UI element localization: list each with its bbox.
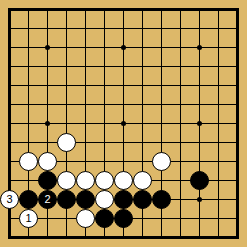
intersection[interactable] bbox=[19, 171, 38, 190]
grid-line-vertical bbox=[218, 19, 219, 38]
grid-line-vertical bbox=[123, 8, 124, 19]
grid-line-vertical bbox=[236, 171, 239, 190]
grid-line-vertical bbox=[85, 114, 86, 133]
intersection[interactable] bbox=[114, 114, 133, 133]
grid-line-vertical bbox=[180, 209, 181, 228]
intersection[interactable] bbox=[171, 114, 190, 133]
intersection[interactable] bbox=[190, 171, 209, 190]
intersection[interactable] bbox=[114, 0, 133, 19]
grid-line-vertical bbox=[8, 133, 11, 152]
grid-line-vertical bbox=[66, 114, 67, 133]
grid-line-vertical bbox=[123, 228, 124, 239]
white-stone bbox=[57, 171, 76, 190]
grid-line-vertical bbox=[218, 38, 219, 57]
white-stone bbox=[57, 133, 76, 152]
intersection[interactable] bbox=[19, 0, 38, 19]
grid-line-vertical bbox=[28, 228, 29, 239]
intersection[interactable] bbox=[228, 171, 247, 190]
grid-line-vertical bbox=[8, 228, 11, 239]
grid-line-vertical bbox=[28, 38, 29, 57]
grid-line-vertical bbox=[199, 19, 200, 38]
intersection[interactable] bbox=[228, 19, 247, 38]
grid-line-vertical bbox=[142, 114, 143, 133]
grid-line-vertical bbox=[236, 76, 239, 95]
grid-line-vertical bbox=[85, 76, 86, 95]
intersection[interactable] bbox=[171, 76, 190, 95]
intersection[interactable] bbox=[95, 190, 114, 209]
intersection[interactable] bbox=[152, 95, 171, 114]
intersection[interactable] bbox=[76, 95, 95, 114]
intersection[interactable] bbox=[133, 76, 152, 95]
intersection[interactable] bbox=[95, 76, 114, 95]
intersection[interactable] bbox=[19, 38, 38, 57]
grid-line-vertical bbox=[218, 171, 219, 190]
intersection[interactable] bbox=[228, 114, 247, 133]
grid-line-vertical bbox=[199, 76, 200, 95]
intersection[interactable] bbox=[152, 209, 171, 228]
grid-line-vertical bbox=[66, 76, 67, 95]
intersection[interactable] bbox=[190, 57, 209, 76]
white-stone bbox=[76, 171, 95, 190]
black-stone bbox=[19, 190, 38, 209]
grid-line-vertical bbox=[218, 76, 219, 95]
black-stone bbox=[152, 190, 171, 209]
intersection[interactable] bbox=[114, 57, 133, 76]
star-point bbox=[121, 121, 126, 126]
intersection[interactable] bbox=[0, 209, 19, 228]
grid-line-vertical bbox=[85, 152, 86, 171]
grid-line-vertical bbox=[161, 8, 162, 19]
black-stone bbox=[114, 190, 133, 209]
intersection[interactable] bbox=[0, 38, 19, 57]
white-stone bbox=[152, 152, 171, 171]
intersection[interactable] bbox=[152, 19, 171, 38]
grid-line-vertical bbox=[85, 133, 86, 152]
grid-line-vertical bbox=[8, 209, 11, 228]
intersection[interactable] bbox=[0, 76, 19, 95]
intersection[interactable] bbox=[95, 0, 114, 19]
intersection[interactable] bbox=[19, 76, 38, 95]
go-board: 321 bbox=[0, 0, 247, 247]
intersection[interactable] bbox=[38, 228, 57, 247]
intersection[interactable] bbox=[38, 19, 57, 38]
grid-line-vertical bbox=[8, 8, 11, 19]
white-stone bbox=[133, 171, 152, 190]
intersection[interactable] bbox=[133, 133, 152, 152]
intersection[interactable] bbox=[38, 38, 57, 57]
intersection[interactable] bbox=[209, 76, 228, 95]
intersection[interactable] bbox=[152, 76, 171, 95]
intersection[interactable] bbox=[76, 171, 95, 190]
grid-line-vertical bbox=[142, 38, 143, 57]
grid-line-vertical bbox=[236, 190, 239, 209]
intersection[interactable] bbox=[133, 57, 152, 76]
intersection[interactable] bbox=[57, 209, 76, 228]
intersection[interactable] bbox=[152, 38, 171, 57]
intersection[interactable] bbox=[95, 95, 114, 114]
intersection[interactable] bbox=[38, 95, 57, 114]
intersection[interactable] bbox=[228, 0, 247, 19]
grid-line-vertical bbox=[236, 38, 239, 57]
intersection[interactable] bbox=[19, 114, 38, 133]
intersection[interactable] bbox=[0, 171, 19, 190]
intersection[interactable] bbox=[57, 0, 76, 19]
grid-line-vertical bbox=[8, 114, 11, 133]
intersection[interactable] bbox=[152, 190, 171, 209]
black-stone bbox=[76, 190, 95, 209]
intersection[interactable] bbox=[209, 95, 228, 114]
black-stone bbox=[114, 209, 133, 228]
intersection[interactable] bbox=[190, 209, 209, 228]
grid-line-vertical bbox=[8, 95, 11, 114]
intersection[interactable] bbox=[95, 228, 114, 247]
intersection[interactable] bbox=[209, 0, 228, 19]
grid-line-vertical bbox=[28, 19, 29, 38]
intersection[interactable] bbox=[114, 190, 133, 209]
intersection[interactable] bbox=[38, 133, 57, 152]
grid-line-vertical bbox=[28, 133, 29, 152]
grid-line-vertical bbox=[218, 8, 219, 19]
intersection[interactable] bbox=[209, 19, 228, 38]
grid-line-vertical bbox=[142, 209, 143, 228]
intersection[interactable] bbox=[133, 95, 152, 114]
intersection[interactable] bbox=[133, 38, 152, 57]
intersection[interactable] bbox=[190, 76, 209, 95]
intersection[interactable] bbox=[190, 38, 209, 57]
intersection[interactable] bbox=[114, 133, 133, 152]
intersection[interactable] bbox=[95, 19, 114, 38]
star-point bbox=[197, 121, 202, 126]
star-point bbox=[45, 45, 50, 50]
intersection[interactable] bbox=[209, 114, 228, 133]
grid-line-vertical bbox=[180, 133, 181, 152]
intersection[interactable] bbox=[114, 228, 133, 247]
intersection[interactable] bbox=[171, 38, 190, 57]
intersection[interactable] bbox=[209, 57, 228, 76]
intersection[interactable] bbox=[76, 209, 95, 228]
grid-line-vertical bbox=[180, 171, 181, 190]
intersection[interactable] bbox=[38, 76, 57, 95]
grid-line-vertical bbox=[199, 57, 200, 76]
intersection[interactable] bbox=[114, 38, 133, 57]
intersection[interactable] bbox=[133, 0, 152, 19]
white-stone bbox=[95, 171, 114, 190]
intersection[interactable] bbox=[133, 209, 152, 228]
intersection[interactable] bbox=[171, 57, 190, 76]
intersection[interactable] bbox=[0, 228, 19, 247]
intersection[interactable] bbox=[0, 19, 19, 38]
grid-line-vertical bbox=[28, 114, 29, 133]
intersection[interactable] bbox=[209, 209, 228, 228]
grid-line-vertical bbox=[218, 114, 219, 133]
grid-line-vertical bbox=[85, 95, 86, 114]
intersection[interactable] bbox=[228, 152, 247, 171]
intersection[interactable] bbox=[133, 171, 152, 190]
intersection[interactable] bbox=[57, 38, 76, 57]
intersection[interactable] bbox=[95, 152, 114, 171]
intersection[interactable] bbox=[152, 114, 171, 133]
grid-line-vertical bbox=[28, 95, 29, 114]
intersection[interactable] bbox=[152, 0, 171, 19]
grid-line-vertical bbox=[85, 57, 86, 76]
intersection[interactable] bbox=[114, 209, 133, 228]
grid-line-vertical bbox=[199, 209, 200, 228]
grid-line-vertical bbox=[123, 133, 124, 152]
intersection[interactable] bbox=[209, 152, 228, 171]
grid-line-vertical bbox=[142, 152, 143, 171]
intersection[interactable] bbox=[171, 0, 190, 19]
intersection[interactable] bbox=[190, 19, 209, 38]
intersection[interactable] bbox=[38, 0, 57, 19]
grid-line-vertical bbox=[161, 114, 162, 133]
white-stone-move-3: 3 bbox=[0, 190, 19, 209]
grid-line-vertical bbox=[85, 38, 86, 57]
intersection[interactable] bbox=[190, 228, 209, 247]
intersection[interactable] bbox=[152, 133, 171, 152]
grid-line-vertical bbox=[218, 133, 219, 152]
grid-line-vertical bbox=[8, 38, 11, 57]
grid-line-vertical bbox=[104, 95, 105, 114]
intersection[interactable] bbox=[0, 95, 19, 114]
intersection[interactable] bbox=[228, 190, 247, 209]
star-point bbox=[197, 45, 202, 50]
intersection[interactable] bbox=[76, 0, 95, 19]
grid-line-vertical bbox=[180, 38, 181, 57]
intersection[interactable] bbox=[76, 19, 95, 38]
intersection[interactable] bbox=[114, 19, 133, 38]
grid-line-vertical bbox=[104, 114, 105, 133]
grid-line-vertical bbox=[161, 228, 162, 239]
intersection[interactable] bbox=[190, 0, 209, 19]
grid-line-vertical bbox=[104, 152, 105, 171]
intersection[interactable] bbox=[171, 190, 190, 209]
grid-line-vertical bbox=[47, 228, 48, 239]
intersection[interactable]: 2 bbox=[38, 190, 57, 209]
grid-line-vertical bbox=[161, 209, 162, 228]
grid-line-vertical bbox=[47, 19, 48, 38]
grid-line-vertical bbox=[123, 76, 124, 95]
intersection[interactable] bbox=[19, 19, 38, 38]
intersection[interactable] bbox=[57, 152, 76, 171]
intersection[interactable] bbox=[171, 228, 190, 247]
intersection[interactable] bbox=[38, 209, 57, 228]
intersection[interactable] bbox=[0, 152, 19, 171]
grid-line-vertical bbox=[218, 95, 219, 114]
intersection[interactable] bbox=[228, 133, 247, 152]
grid-line-vertical bbox=[161, 19, 162, 38]
intersection[interactable] bbox=[57, 114, 76, 133]
grid-line-vertical bbox=[218, 152, 219, 171]
intersection[interactable] bbox=[228, 228, 247, 247]
intersection[interactable] bbox=[0, 57, 19, 76]
intersection[interactable] bbox=[19, 190, 38, 209]
intersection[interactable] bbox=[57, 95, 76, 114]
intersection[interactable] bbox=[190, 114, 209, 133]
intersection[interactable] bbox=[114, 152, 133, 171]
grid-line-vertical bbox=[104, 8, 105, 19]
grid-line-vertical bbox=[104, 133, 105, 152]
black-stone bbox=[57, 190, 76, 209]
intersection[interactable] bbox=[171, 209, 190, 228]
intersection[interactable] bbox=[38, 114, 57, 133]
intersection[interactable]: 1 bbox=[19, 209, 38, 228]
grid-line-vertical bbox=[180, 76, 181, 95]
grid-line-vertical bbox=[123, 19, 124, 38]
intersection[interactable] bbox=[19, 57, 38, 76]
grid-line-vertical bbox=[104, 57, 105, 76]
grid-line-vertical bbox=[218, 57, 219, 76]
grid-line-vertical bbox=[104, 76, 105, 95]
intersection[interactable] bbox=[190, 152, 209, 171]
intersection[interactable] bbox=[114, 95, 133, 114]
intersection[interactable] bbox=[95, 114, 114, 133]
star-point bbox=[197, 197, 202, 202]
intersection[interactable] bbox=[95, 209, 114, 228]
grid-line-vertical bbox=[199, 8, 200, 19]
intersection[interactable] bbox=[0, 114, 19, 133]
grid-line-vertical bbox=[180, 57, 181, 76]
intersection[interactable] bbox=[57, 57, 76, 76]
black-stone-move-2: 2 bbox=[38, 190, 57, 209]
grid-line-vertical bbox=[142, 57, 143, 76]
grid-line-vertical bbox=[236, 114, 239, 133]
intersection[interactable] bbox=[209, 190, 228, 209]
intersection[interactable] bbox=[171, 95, 190, 114]
grid-line-vertical bbox=[180, 152, 181, 171]
intersection[interactable] bbox=[57, 19, 76, 38]
intersection[interactable] bbox=[57, 228, 76, 247]
grid-line-vertical bbox=[142, 19, 143, 38]
intersection[interactable] bbox=[228, 38, 247, 57]
intersection[interactable] bbox=[38, 152, 57, 171]
star-point bbox=[121, 45, 126, 50]
intersection[interactable] bbox=[114, 76, 133, 95]
intersection[interactable] bbox=[133, 190, 152, 209]
grid-line-vertical bbox=[66, 38, 67, 57]
grid-line-vertical bbox=[180, 190, 181, 209]
grid-line-vertical bbox=[8, 19, 11, 38]
intersection[interactable] bbox=[152, 228, 171, 247]
grid-line-vertical bbox=[104, 228, 105, 239]
intersection[interactable] bbox=[76, 228, 95, 247]
intersection[interactable] bbox=[133, 152, 152, 171]
intersection[interactable] bbox=[190, 190, 209, 209]
intersection[interactable] bbox=[152, 57, 171, 76]
intersection[interactable] bbox=[209, 228, 228, 247]
grid-line-vertical bbox=[218, 228, 219, 239]
intersection[interactable] bbox=[95, 57, 114, 76]
grid-line-vertical bbox=[236, 19, 239, 38]
intersection[interactable] bbox=[95, 171, 114, 190]
star-point bbox=[45, 121, 50, 126]
grid-line-vertical bbox=[85, 19, 86, 38]
grid-line-vertical bbox=[28, 171, 29, 190]
intersection[interactable]: 3 bbox=[0, 190, 19, 209]
intersection[interactable] bbox=[95, 38, 114, 57]
intersection[interactable] bbox=[190, 95, 209, 114]
intersection[interactable] bbox=[152, 171, 171, 190]
grid-line-vertical bbox=[85, 8, 86, 19]
intersection[interactable] bbox=[57, 190, 76, 209]
intersection[interactable] bbox=[76, 38, 95, 57]
intersection[interactable] bbox=[209, 171, 228, 190]
intersection[interactable] bbox=[228, 95, 247, 114]
grid-line-vertical bbox=[180, 95, 181, 114]
intersection[interactable] bbox=[19, 152, 38, 171]
intersection[interactable] bbox=[57, 76, 76, 95]
grid-line-vertical bbox=[142, 133, 143, 152]
intersection[interactable] bbox=[171, 171, 190, 190]
intersection[interactable] bbox=[95, 133, 114, 152]
intersection[interactable] bbox=[57, 171, 76, 190]
grid-line-vertical bbox=[47, 76, 48, 95]
intersection[interactable] bbox=[209, 133, 228, 152]
intersection[interactable] bbox=[228, 76, 247, 95]
grid-line-vertical bbox=[123, 95, 124, 114]
grid-line-vertical bbox=[236, 8, 239, 19]
intersection[interactable] bbox=[190, 133, 209, 152]
grid-line-vertical bbox=[66, 8, 67, 19]
intersection[interactable] bbox=[171, 19, 190, 38]
intersection[interactable] bbox=[76, 57, 95, 76]
grid-line-vertical bbox=[66, 209, 67, 228]
intersection[interactable] bbox=[76, 76, 95, 95]
grid-line-vertical bbox=[142, 76, 143, 95]
grid-line-vertical bbox=[28, 8, 29, 19]
black-stone bbox=[190, 171, 209, 190]
grid-line-vertical bbox=[47, 209, 48, 228]
intersection[interactable] bbox=[133, 19, 152, 38]
intersection[interactable] bbox=[228, 209, 247, 228]
grid-line-vertical bbox=[236, 133, 239, 152]
intersection[interactable] bbox=[171, 133, 190, 152]
intersection[interactable] bbox=[133, 228, 152, 247]
grid-line-vertical bbox=[8, 171, 11, 190]
grid-line-vertical bbox=[161, 133, 162, 152]
grid-line-vertical bbox=[123, 57, 124, 76]
grid-line-vertical bbox=[8, 57, 11, 76]
grid-line-vertical bbox=[47, 133, 48, 152]
intersection[interactable] bbox=[209, 38, 228, 57]
intersection[interactable] bbox=[133, 114, 152, 133]
grid-line-vertical bbox=[161, 57, 162, 76]
grid-line-vertical bbox=[47, 8, 48, 19]
intersection[interactable] bbox=[171, 152, 190, 171]
grid-line-vertical bbox=[180, 228, 181, 239]
intersection[interactable] bbox=[19, 95, 38, 114]
intersection[interactable] bbox=[0, 133, 19, 152]
grid-line-vertical bbox=[161, 171, 162, 190]
intersection[interactable] bbox=[76, 114, 95, 133]
grid-line-vertical bbox=[236, 152, 239, 171]
intersection[interactable] bbox=[152, 152, 171, 171]
grid-line-vertical bbox=[236, 209, 239, 228]
intersection[interactable] bbox=[38, 57, 57, 76]
intersection[interactable] bbox=[19, 133, 38, 152]
intersection[interactable] bbox=[0, 0, 19, 19]
grid-line-vertical bbox=[199, 228, 200, 239]
intersection[interactable] bbox=[19, 228, 38, 247]
intersection[interactable] bbox=[38, 171, 57, 190]
intersection[interactable] bbox=[228, 57, 247, 76]
intersection[interactable] bbox=[76, 152, 95, 171]
intersection[interactable] bbox=[57, 133, 76, 152]
intersection[interactable] bbox=[76, 133, 95, 152]
white-stone bbox=[76, 209, 95, 228]
grid-line-vertical bbox=[123, 152, 124, 171]
intersection[interactable] bbox=[114, 171, 133, 190]
intersection[interactable] bbox=[76, 190, 95, 209]
